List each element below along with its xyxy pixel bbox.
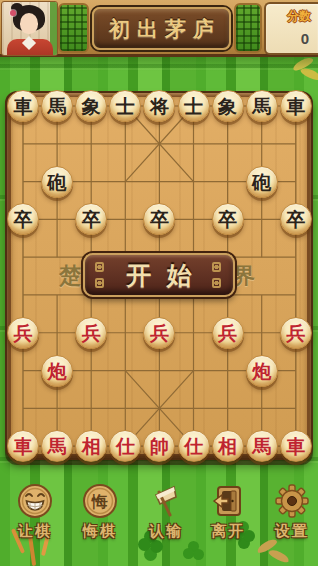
board-piece-red[interactable]: 車 [7,430,39,462]
resign-label: 认输 [134,522,198,541]
xiangqi-board[interactable]: 楚 界 車馬象士将士象馬車砲砲卒卒卒卒卒兵兵兵兵兵炮炮車馬相仕帥仕相馬車 开始 [5,91,313,460]
board-piece-black[interactable]: 象 [212,90,244,122]
board-piece-red[interactable]: 馬 [246,430,278,462]
board-piece-black[interactable]: 卒 [212,203,244,235]
river-char-right: 界 [233,261,255,291]
player-avatar[interactable] [1,1,58,56]
board-piece-red[interactable]: 仕 [109,430,141,462]
start-button[interactable]: 开始 [83,253,235,297]
board-piece-red[interactable]: 相 [212,430,244,462]
undo-button[interactable]: 悔 悔棋 [68,483,132,549]
leave-label: 离开 [196,522,260,541]
board-piece-black[interactable]: 車 [280,90,312,122]
board-piece-red[interactable]: 兵 [75,317,107,349]
lattice-panel-right [234,3,262,53]
level-title: 初出茅庐 [102,15,221,43]
board-piece-black[interactable]: 車 [7,90,39,122]
undo-label: 悔棋 [68,522,132,541]
level-title-plaque: 初出茅庐 [92,7,231,50]
board-piece-red[interactable]: 炮 [41,355,73,387]
concede-label: 让棋 [3,522,67,541]
top-bar: 初出茅庐 分数 0 [0,0,318,57]
smiley-coin-icon [17,483,53,519]
white-flag-icon [148,483,184,519]
exit-door-icon [210,483,246,519]
undo-coin-icon: 悔 [82,483,118,519]
board-piece-black[interactable]: 馬 [246,90,278,122]
board-piece-red[interactable]: 兵 [280,317,312,349]
game-screen: 初出茅庐 分数 0 楚 界 車馬象士将士象馬車砲砲卒卒卒卒卒兵兵兵兵兵炮炮車馬相… [0,0,318,566]
score-label: 分数 [287,8,311,25]
settings-label: 设置 [260,522,318,541]
leave-button[interactable]: 离开 [196,483,260,549]
settings-button[interactable]: 设置 [260,483,318,549]
board-piece-red[interactable]: 炮 [246,355,278,387]
board-piece-red[interactable]: 兵 [143,317,175,349]
board-piece-red[interactable]: 仕 [178,430,210,462]
topbar-shadow [0,57,318,71]
board-piece-black[interactable]: 馬 [41,90,73,122]
board-surface[interactable]: 楚 界 車馬象士将士象馬車砲砲卒卒卒卒卒兵兵兵兵兵炮炮車馬相仕帥仕相馬車 开始 [11,97,307,454]
settings-gear-icon [274,483,310,519]
avatar-face [20,13,38,34]
board-piece-red[interactable]: 兵 [7,317,39,349]
board-piece-red[interactable]: 帥 [143,430,175,462]
board-piece-red[interactable]: 車 [280,430,312,462]
board-piece-black[interactable]: 砲 [41,166,73,198]
board-piece-black[interactable]: 士 [178,90,210,122]
bamboo-leaf [267,548,290,565]
start-button-label: 开始 [106,259,212,292]
avatar-hair-flower [10,10,16,16]
scroll-ornament-right [212,262,223,288]
board-piece-black[interactable]: 砲 [246,166,278,198]
score-panel: 分数 0 [264,2,318,55]
lattice-panel-left [58,3,89,53]
concede-button[interactable]: 让棋 [3,483,67,549]
board-piece-black[interactable]: 卒 [280,203,312,235]
board-piece-red[interactable]: 相 [75,430,107,462]
resign-button[interactable]: 认输 [134,483,198,549]
board-piece-red[interactable]: 馬 [41,430,73,462]
clover-leaf [183,548,194,559]
board-piece-black[interactable]: 象 [75,90,107,122]
river-char-left: 楚 [59,261,81,291]
undo-coin-character: 悔 [91,492,108,511]
scroll-ornament-left [95,262,106,288]
score-value: 0 [301,30,309,47]
board-piece-red[interactable]: 兵 [212,317,244,349]
